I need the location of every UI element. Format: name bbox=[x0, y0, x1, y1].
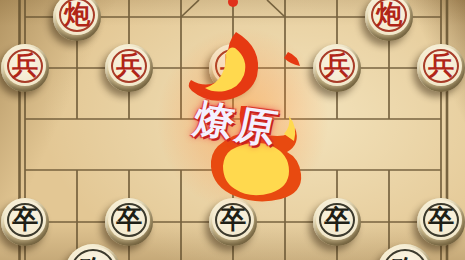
piece-face: 炮 bbox=[56, 0, 98, 35]
piece-red-soldier[interactable]: 兵 bbox=[1, 44, 49, 92]
piece-red-cannon[interactable]: 炮 bbox=[53, 0, 101, 41]
piece-face: 卒 bbox=[420, 200, 462, 240]
piece-face: 卒 bbox=[108, 200, 150, 240]
piece-black-soldier[interactable]: 卒 bbox=[313, 198, 361, 246]
piece-face: 砲 bbox=[380, 246, 430, 260]
piece-glyph: 兵 bbox=[428, 52, 454, 78]
piece-glyph: 兵 bbox=[116, 52, 142, 78]
piece-red-soldier[interactable]: 兵 bbox=[417, 44, 465, 92]
piece-glyph: 卒 bbox=[324, 206, 350, 232]
piece-face: 砲 bbox=[68, 246, 118, 260]
piece-glyph: 兵 bbox=[324, 52, 350, 78]
piece-black-soldier[interactable]: 卒 bbox=[417, 198, 465, 246]
xiangqi-board[interactable]: 炮炮兵兵兵兵兵卒卒卒卒砲砲卒 燎原 bbox=[0, 0, 465, 260]
piece-red-soldier[interactable]: 兵 bbox=[313, 44, 361, 92]
piece-glyph: 炮 bbox=[64, 1, 90, 27]
piece-face: 兵 bbox=[212, 46, 254, 86]
piece-face: 兵 bbox=[4, 46, 46, 86]
piece-red-cannon[interactable]: 炮 bbox=[365, 0, 413, 41]
piece-glyph: 卒 bbox=[116, 206, 142, 232]
piece-face: 兵 bbox=[108, 46, 150, 86]
piece-glyph: 砲 bbox=[392, 256, 418, 260]
piece-face: 兵 bbox=[420, 46, 462, 86]
piece-black-soldier[interactable]: 卒 bbox=[209, 198, 257, 246]
piece-glyph: 卒 bbox=[220, 206, 246, 232]
piece-red-soldier[interactable]: 兵 bbox=[209, 44, 257, 92]
piece-face: 兵 bbox=[316, 46, 358, 86]
piece-glyph: 砲 bbox=[80, 256, 106, 260]
piece-face: 卒 bbox=[4, 200, 46, 240]
piece-glyph: 兵 bbox=[220, 52, 246, 78]
piece-black-cannon[interactable]: 砲 bbox=[65, 244, 121, 260]
pieces-layer: 炮炮兵兵兵兵兵卒卒卒卒砲砲卒 bbox=[0, 0, 465, 260]
piece-glyph: 兵 bbox=[12, 52, 38, 78]
piece-red-soldier[interactable]: 兵 bbox=[105, 44, 153, 92]
piece-face: 卒 bbox=[316, 200, 358, 240]
piece-glyph: 卒 bbox=[12, 206, 38, 232]
piece-glyph: 卒 bbox=[428, 206, 454, 232]
piece-black-soldier[interactable]: 卒 bbox=[1, 198, 49, 246]
piece-glyph: 炮 bbox=[376, 1, 402, 27]
piece-black-cannon[interactable]: 砲 bbox=[377, 244, 433, 260]
piece-black-soldier[interactable]: 卒 bbox=[105, 198, 153, 246]
piece-face: 卒 bbox=[212, 200, 254, 240]
piece-face: 炮 bbox=[368, 0, 410, 35]
